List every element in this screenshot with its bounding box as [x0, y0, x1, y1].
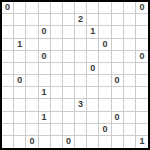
grid-cell-r3c7[interactable] — [75, 26, 87, 38]
grid-cell-r4c1[interactable] — [2, 39, 14, 51]
clue-cell-r12c12[interactable]: 1 — [136, 136, 148, 148]
grid-cell-r4c10[interactable] — [112, 39, 124, 51]
clue-cell-r3c8[interactable]: 1 — [87, 26, 99, 38]
grid-cell-r2c1[interactable] — [2, 14, 14, 26]
grid-cell-r6c11[interactable] — [124, 63, 136, 75]
grid-cell-r3c3[interactable] — [26, 26, 38, 38]
grid-cell-r2c11[interactable] — [124, 14, 136, 26]
grid-cell-r8c11[interactable] — [124, 87, 136, 99]
grid-cell-r8c12[interactable] — [136, 87, 148, 99]
grid-cell-r4c5[interactable] — [51, 39, 63, 51]
grid-cell-r7c8[interactable] — [87, 75, 99, 87]
grid-cell-r9c1[interactable] — [2, 99, 14, 111]
grid-cell-r6c3[interactable] — [26, 63, 38, 75]
clue-cell-r1c12[interactable]: 0 — [136, 2, 148, 14]
grid-cell-r10c7[interactable] — [75, 112, 87, 124]
grid-cell-r6c9[interactable] — [99, 63, 111, 75]
grid-cell-r7c4[interactable] — [39, 75, 51, 87]
grid-cell-r11c12[interactable] — [136, 124, 148, 136]
clue-cell-r5c4[interactable]: 0 — [39, 51, 51, 63]
grid-cell-r9c11[interactable] — [124, 99, 136, 111]
grid-cell-r12c10[interactable] — [112, 136, 124, 148]
grid-cell-r4c3[interactable] — [26, 39, 38, 51]
grid-cell-r3c10[interactable] — [112, 26, 124, 38]
grid-cell-r10c9[interactable] — [99, 112, 111, 124]
grid-cell-r10c1[interactable] — [2, 112, 14, 124]
grid-cell-r11c10[interactable] — [112, 124, 124, 136]
clue-cell-r8c4[interactable]: 1 — [39, 87, 51, 99]
clue-cell-r10c10[interactable]: 0 — [112, 112, 124, 124]
grid-cell-r1c9[interactable] — [99, 2, 111, 14]
grid-cell-r11c4[interactable] — [39, 124, 51, 136]
grid-cell-r11c1[interactable] — [2, 124, 14, 136]
grid-cell-r10c3[interactable] — [26, 112, 38, 124]
grid-cell-r10c6[interactable] — [63, 112, 75, 124]
grid-cell-r6c2[interactable] — [14, 63, 26, 75]
grid-cell-r2c5[interactable] — [51, 14, 63, 26]
grid-cell-r9c9[interactable] — [99, 99, 111, 111]
grid-cell-r11c2[interactable] — [14, 124, 26, 136]
grid-cell-r5c6[interactable] — [63, 51, 75, 63]
grid-cell-r3c11[interactable] — [124, 26, 136, 38]
grid-cell-r6c6[interactable] — [63, 63, 75, 75]
grid-cell-r7c9[interactable] — [99, 75, 111, 87]
clue-cell-r12c3[interactable]: 0 — [26, 136, 38, 148]
grid-cell-r7c1[interactable] — [2, 75, 14, 87]
grid-cell-r5c2[interactable] — [14, 51, 26, 63]
grid-cell-r4c7[interactable] — [75, 39, 87, 51]
grid-cell-r10c5[interactable] — [51, 112, 63, 124]
grid-cell-r2c4[interactable] — [39, 14, 51, 26]
grid-cell-r2c3[interactable] — [26, 14, 38, 26]
grid-cell-r4c12[interactable] — [136, 39, 148, 51]
grid-cell-r12c4[interactable] — [39, 136, 51, 148]
grid-cell-r2c12[interactable] — [136, 14, 148, 26]
grid-cell-r8c1[interactable] — [2, 87, 14, 99]
grid-cell-r8c6[interactable] — [63, 87, 75, 99]
grid-cell-r1c8[interactable] — [87, 2, 99, 14]
grid-cell-r11c5[interactable] — [51, 124, 63, 136]
clue-cell-r3c4[interactable]: 0 — [39, 26, 51, 38]
grid-cell-r1c3[interactable] — [26, 2, 38, 14]
grid-cell-r5c5[interactable] — [51, 51, 63, 63]
grid-cell-r12c1[interactable] — [2, 136, 14, 148]
grid-cell-r11c3[interactable] — [26, 124, 38, 136]
grid-cell-r1c7[interactable] — [75, 2, 87, 14]
grid-cell-r1c2[interactable] — [14, 2, 26, 14]
grid-cell-r1c6[interactable] — [63, 2, 75, 14]
grid-cell-r6c4[interactable] — [39, 63, 51, 75]
grid-cell-r2c10[interactable] — [112, 14, 124, 26]
grid-cell-r3c5[interactable] — [51, 26, 63, 38]
grid-cell-r6c1[interactable] — [2, 63, 14, 75]
grid-cell-r11c7[interactable] — [75, 124, 87, 136]
grid-cell-r3c12[interactable] — [136, 26, 148, 38]
grid-cell-r4c11[interactable] — [124, 39, 136, 51]
grid-cell-r8c3[interactable] — [26, 87, 38, 99]
grid-cell-r12c9[interactable] — [99, 136, 111, 148]
grid-cell-r7c6[interactable] — [63, 75, 75, 87]
grid-cell-r9c6[interactable] — [63, 99, 75, 111]
grid-cell-r2c9[interactable] — [99, 14, 111, 26]
grid-cell-r10c8[interactable] — [87, 112, 99, 124]
grid-cell-r2c8[interactable] — [87, 14, 99, 26]
grid-cell-r11c6[interactable] — [63, 124, 75, 136]
grid-cell-r9c4[interactable] — [39, 99, 51, 111]
grid-cell-r9c8[interactable] — [87, 99, 99, 111]
grid-cell-r6c7[interactable] — [75, 63, 87, 75]
puzzle-board: 00201100000013100001 — [0, 0, 150, 150]
grid-cell-r5c10[interactable] — [112, 51, 124, 63]
grid-cell-r8c10[interactable] — [112, 87, 124, 99]
grid-cell-r7c3[interactable] — [26, 75, 38, 87]
clue-cell-r4c2[interactable]: 1 — [14, 39, 26, 51]
clue-cell-r1c1[interactable]: 0 — [2, 2, 14, 14]
grid-cell-r2c2[interactable] — [14, 14, 26, 26]
grid-cell-r2c6[interactable] — [63, 14, 75, 26]
grid-cell-r12c7[interactable] — [75, 136, 87, 148]
grid-cell-r7c7[interactable] — [75, 75, 87, 87]
grid-cell-r10c12[interactable] — [136, 112, 148, 124]
grid-cell-r9c12[interactable] — [136, 99, 148, 111]
grid-cell-r6c12[interactable] — [136, 63, 148, 75]
grid-cell-r8c2[interactable] — [14, 87, 26, 99]
clue-cell-r11c9[interactable]: 0 — [99, 124, 111, 136]
clue-cell-r5c12[interactable]: 0 — [136, 51, 148, 63]
grid-cell-r8c9[interactable] — [99, 87, 111, 99]
grid-cell-r1c11[interactable] — [124, 2, 136, 14]
clue-cell-r10c4[interactable]: 1 — [39, 112, 51, 124]
grid-cell-r3c9[interactable] — [99, 26, 111, 38]
clue-cell-r7c2[interactable]: 0 — [14, 75, 26, 87]
grid-cell-r11c8[interactable] — [87, 124, 99, 136]
grid-cell-r7c11[interactable] — [124, 75, 136, 87]
grid-cell-r10c11[interactable] — [124, 112, 136, 124]
grid-cell-r5c8[interactable] — [87, 51, 99, 63]
grid-cell-r7c5[interactable] — [51, 75, 63, 87]
grid-cell-r5c3[interactable] — [26, 51, 38, 63]
clue-cell-r2c7[interactable]: 2 — [75, 14, 87, 26]
grid-cell-r3c1[interactable] — [2, 26, 14, 38]
grid-cell-r12c5[interactable] — [51, 136, 63, 148]
grid-cell-r4c6[interactable] — [63, 39, 75, 51]
grid-cell-r4c8[interactable] — [87, 39, 99, 51]
grid-cell-r6c10[interactable] — [112, 63, 124, 75]
grid-cell-r3c6[interactable] — [63, 26, 75, 38]
grid-cell-r9c5[interactable] — [51, 99, 63, 111]
clue-cell-r7c10[interactable]: 0 — [112, 75, 124, 87]
grid-cell-r1c4[interactable] — [39, 2, 51, 14]
grid-cell-r3c2[interactable] — [14, 26, 26, 38]
grid-cell-r5c1[interactable] — [2, 51, 14, 63]
grid-cell-r12c11[interactable] — [124, 136, 136, 148]
grid-cell-r9c10[interactable] — [112, 99, 124, 111]
grid-cell-r5c9[interactable] — [99, 51, 111, 63]
grid-cell-r5c7[interactable] — [75, 51, 87, 63]
grid-cell-r8c5[interactable] — [51, 87, 63, 99]
grid-cell-r8c8[interactable] — [87, 87, 99, 99]
clue-cell-r6c8[interactable]: 0 — [87, 63, 99, 75]
grid-cell-r8c7[interactable] — [75, 87, 87, 99]
clue-cell-r12c6[interactable]: 0 — [63, 136, 75, 148]
grid-cell-r4c4[interactable] — [39, 39, 51, 51]
grid-cell-r5c11[interactable] — [124, 51, 136, 63]
clue-cell-r4c9[interactable]: 0 — [99, 39, 111, 51]
grid-cell-r11c11[interactable] — [124, 124, 136, 136]
grid-cell-r6c5[interactable] — [51, 63, 63, 75]
grid-cell-r10c2[interactable] — [14, 112, 26, 124]
clue-cell-r9c7[interactable]: 3 — [75, 99, 87, 111]
grid-cell-r9c2[interactable] — [14, 99, 26, 111]
grid-cell-r9c3[interactable] — [26, 99, 38, 111]
grid-cell-r12c2[interactable] — [14, 136, 26, 148]
grid-cell-r7c12[interactable] — [136, 75, 148, 87]
grid-cell-r12c8[interactable] — [87, 136, 99, 148]
grid-cell-r1c5[interactable] — [51, 2, 63, 14]
grid-cell-r1c10[interactable] — [112, 2, 124, 14]
